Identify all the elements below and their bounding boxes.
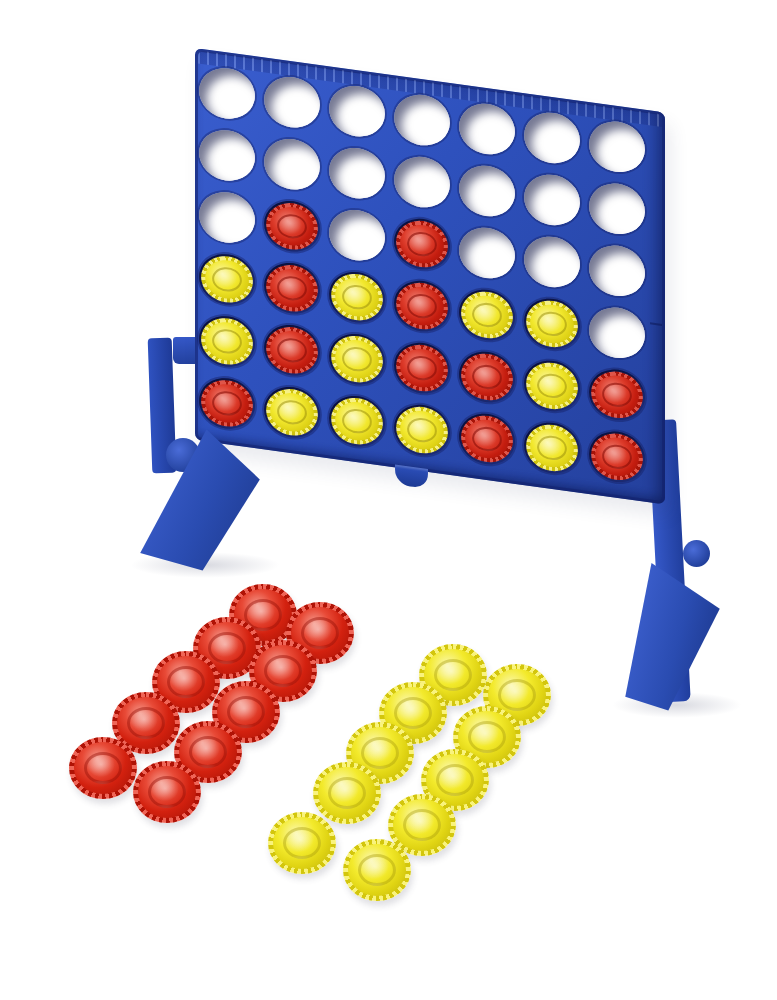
red-disc — [454, 350, 519, 404]
yellow-disc — [324, 332, 389, 386]
empty-hole — [324, 84, 389, 138]
yellow-disc-face — [522, 299, 582, 349]
board-cell-a6[interactable] — [195, 59, 260, 130]
empty-hole — [584, 182, 649, 236]
board-cell-e3[interactable] — [455, 281, 520, 352]
board-cell-g1[interactable] — [585, 422, 650, 493]
board-cell-c3[interactable] — [325, 263, 390, 334]
red-disc-face — [262, 263, 322, 313]
board-cell-d6[interactable] — [390, 86, 455, 157]
board-cell-g2[interactable] — [585, 360, 650, 431]
board-cell-c1[interactable] — [325, 387, 390, 458]
yellow-disc-face — [327, 334, 387, 384]
board-cell-c2[interactable] — [325, 325, 390, 396]
red-disc — [389, 217, 454, 271]
red-disc — [259, 199, 324, 253]
board-cell-f1[interactable] — [520, 414, 585, 485]
right-leg-hinge-knob — [683, 540, 710, 567]
empty-hole — [194, 66, 259, 120]
yellow-disc-face — [327, 272, 387, 322]
empty-hole — [454, 226, 519, 280]
board-cell-e6[interactable] — [455, 95, 520, 166]
yellow-disc — [519, 297, 584, 351]
board-cell-d5[interactable] — [390, 148, 455, 219]
frame-bottom-tab — [395, 464, 428, 489]
empty-hole — [389, 155, 454, 209]
red-disc — [454, 412, 519, 466]
red-disc — [584, 368, 649, 422]
yellow-disc-face — [392, 405, 452, 455]
board-cell-c6[interactable] — [325, 77, 390, 148]
yellow-disc-face — [522, 361, 582, 411]
connect-four-product-photo — [0, 0, 777, 1000]
empty-hole — [584, 306, 649, 360]
yellow-disc — [389, 403, 454, 457]
red-disc — [389, 279, 454, 333]
yellow-disc-face — [262, 387, 322, 437]
board-cell-d3[interactable] — [390, 272, 455, 343]
empty-hole — [454, 164, 519, 218]
empty-hole — [519, 173, 584, 227]
board-cell-a4[interactable] — [195, 183, 260, 254]
yellow-disc — [324, 394, 389, 448]
board-cell-a3[interactable] — [195, 245, 260, 316]
empty-hole — [324, 208, 389, 262]
board-cell-e2[interactable] — [455, 343, 520, 414]
empty-hole — [519, 235, 584, 289]
board-cell-g4[interactable] — [585, 236, 650, 307]
board-cell-f2[interactable] — [520, 352, 585, 423]
board-cell-b3[interactable] — [260, 254, 325, 325]
empty-hole — [519, 111, 584, 165]
board-cell-f4[interactable] — [520, 228, 585, 299]
board-cell-f6[interactable] — [520, 104, 585, 175]
yellow-disc — [519, 359, 584, 413]
board-cell-b4[interactable] — [260, 192, 325, 263]
yellow-disc — [194, 314, 259, 368]
board-cell-b1[interactable] — [260, 378, 325, 449]
yellow-disc-face — [197, 316, 257, 366]
red-disc — [259, 323, 324, 377]
board-cell-d4[interactable] — [390, 210, 455, 281]
board-cell-a2[interactable] — [195, 307, 260, 378]
board-cell-b6[interactable] — [260, 68, 325, 139]
red-disc-face — [587, 370, 647, 420]
red-disc — [259, 261, 324, 315]
red-loose-disc-10[interactable] — [133, 761, 201, 823]
board-cell-d2[interactable] — [390, 334, 455, 405]
board-cell-e1[interactable] — [455, 405, 520, 476]
empty-hole — [259, 75, 324, 129]
empty-hole — [389, 93, 454, 147]
red-disc-face — [457, 414, 517, 464]
side-rail-seam — [650, 322, 662, 326]
yellow-loose-disc-5[interactable] — [268, 812, 336, 874]
empty-hole — [324, 146, 389, 200]
red-disc-face — [197, 378, 257, 428]
red-disc — [389, 341, 454, 395]
board-cell-c4[interactable] — [325, 201, 390, 272]
red-disc-face — [392, 281, 452, 331]
empty-hole — [194, 128, 259, 182]
yellow-disc-face — [522, 423, 582, 473]
yellow-disc — [324, 270, 389, 324]
yellow-disc-face — [457, 290, 517, 340]
red-disc-face — [262, 201, 322, 251]
yellow-disc-face — [327, 396, 387, 446]
board-cell-a1[interactable] — [195, 369, 260, 440]
board-cell-d1[interactable] — [390, 396, 455, 467]
board-cell-b5[interactable] — [260, 130, 325, 201]
board-cell-e5[interactable] — [455, 157, 520, 228]
empty-hole — [584, 120, 649, 174]
right-leg-foot — [620, 560, 725, 712]
yellow-disc-face — [197, 254, 257, 304]
empty-hole — [584, 244, 649, 298]
board-cell-b2[interactable] — [260, 316, 325, 387]
yellow-disc — [194, 252, 259, 306]
board-cell-g6[interactable] — [585, 112, 650, 183]
red-disc-face — [392, 343, 452, 393]
board-cell-e4[interactable] — [455, 219, 520, 290]
red-disc — [584, 430, 649, 484]
red-loose-disc-5[interactable] — [69, 737, 137, 799]
connect-four-frame — [195, 48, 665, 504]
red-disc — [194, 376, 259, 430]
board-cell-g5[interactable] — [585, 174, 650, 245]
yellow-loose-disc-4[interactable] — [313, 762, 381, 824]
board-cell-c5[interactable] — [325, 139, 390, 210]
red-disc-face — [457, 352, 517, 402]
empty-hole — [194, 190, 259, 244]
board-cell-f5[interactable] — [520, 166, 585, 237]
red-disc-face — [392, 219, 452, 269]
red-disc-face — [587, 432, 647, 482]
red-disc-face — [262, 325, 322, 375]
board-grid — [195, 59, 650, 493]
yellow-loose-disc-10[interactable] — [343, 839, 411, 901]
yellow-disc — [259, 385, 324, 439]
board-cell-f3[interactable] — [520, 290, 585, 361]
board-cell-g3[interactable] — [585, 298, 650, 369]
empty-hole — [259, 137, 324, 191]
board-cell-a5[interactable] — [195, 121, 260, 192]
empty-hole — [454, 102, 519, 156]
yellow-disc — [454, 288, 519, 342]
yellow-disc — [519, 421, 584, 475]
